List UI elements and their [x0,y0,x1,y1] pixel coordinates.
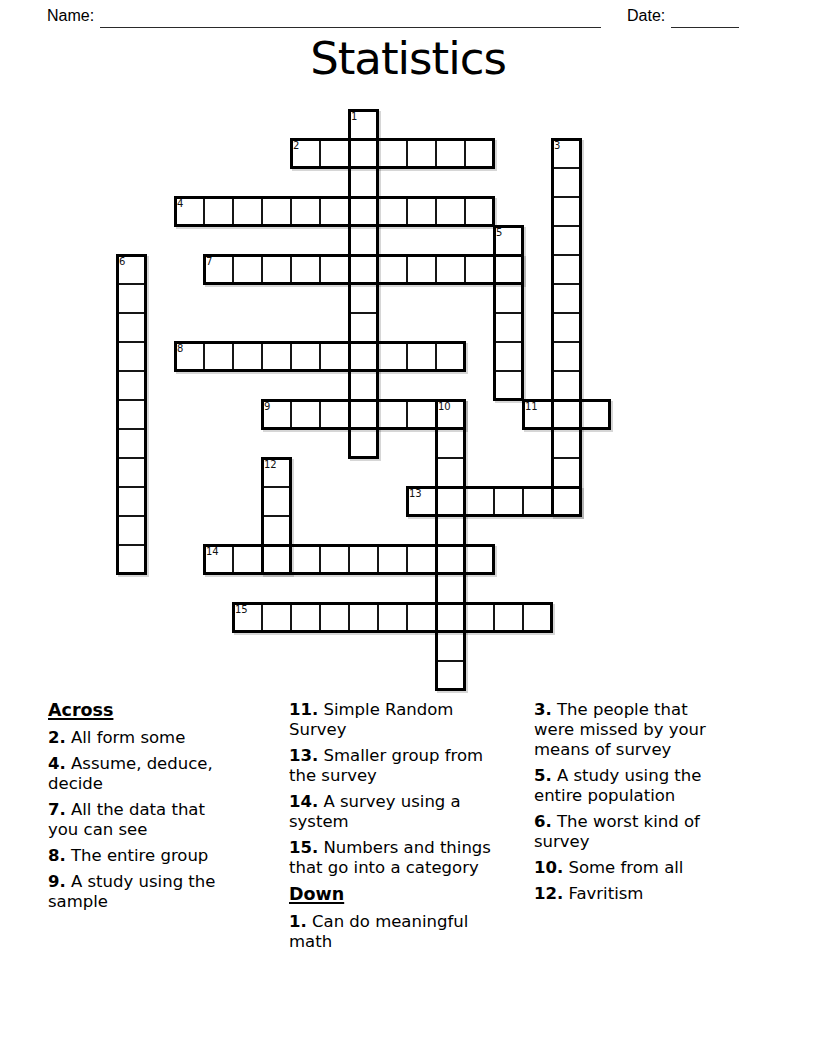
clue-13: 13. Smaller group from the survey [289,746,523,786]
grid-cell[interactable] [378,603,407,632]
grid-cell[interactable] [117,458,146,487]
grid-cell[interactable] [320,545,349,574]
grid-cell[interactable] [320,255,349,284]
grid-cell[interactable] [262,342,291,371]
clue-text: Assume, deduce, decide [48,754,213,793]
clue-11: 11. Simple Random Survey [289,700,523,740]
grid-cell[interactable] [320,197,349,226]
clue-5: 5. A study using the entire population [534,766,768,806]
grid-cell[interactable] [378,545,407,574]
clue-7: 7. All the data that you can see [48,800,282,840]
clue-2: 2. All form some [48,728,282,748]
grid-cell[interactable] [436,429,465,458]
clues-section: Across2. All form some4. Assume, deduce,… [0,700,816,1040]
clue-column: 11. Simple Random Survey13. Smaller grou… [289,700,523,958]
cell-number: 2 [293,141,299,151]
grid-cell[interactable] [436,139,465,168]
date-blank-line[interactable] [671,7,739,28]
grid-cell[interactable] [262,487,291,516]
grid-cell[interactable] [523,603,552,632]
clue-text: Favritism [563,884,643,903]
cell-number: 8 [177,344,183,354]
name-blank-line[interactable] [100,7,601,28]
cell-number: 3 [554,141,560,151]
grid-cell[interactable] [349,371,378,400]
grid-cell[interactable] [436,632,465,661]
grid-cell[interactable] [349,197,378,226]
grid-cell[interactable] [465,545,494,574]
clue-number-label: 8. [48,846,66,865]
grid-cell[interactable] [233,545,262,574]
cell-number: 4 [177,199,183,209]
grid-cell[interactable] [117,342,146,371]
clue-column: 3. The people that were missed by your m… [534,700,768,910]
grid-cell[interactable] [117,487,146,516]
grid-cell[interactable] [552,400,581,429]
grid-cell[interactable] [465,603,494,632]
grid-cell[interactable] [494,371,523,400]
grid-cell[interactable] [117,284,146,313]
grid-cell[interactable] [378,197,407,226]
grid-cell[interactable] [378,342,407,371]
grid-cell[interactable] [117,371,146,400]
clue-10: 10. Some from all [534,858,768,878]
grid-cell[interactable] [465,255,494,284]
grid-cell[interactable] [262,255,291,284]
grid-cell[interactable] [117,400,146,429]
grid-cell[interactable] [262,516,291,545]
clue-text: A study using the entire population [534,766,701,805]
clue-6: 6. The worst kind of survey [534,812,768,852]
clue-text: All the data that you can see [48,800,205,839]
clue-text: A study using the sample [48,872,215,911]
clue-text: The people that were missed by your mean… [534,700,706,759]
grid-cell[interactable] [233,342,262,371]
grid-cell[interactable] [436,255,465,284]
grid-cell[interactable] [436,342,465,371]
grid-cell[interactable] [349,255,378,284]
grid-cell[interactable] [552,168,581,197]
clue-column: Across2. All form some4. Assume, deduce,… [48,700,282,918]
clue-text: Smaller group from the survey [289,746,483,785]
clue-text: The entire group [66,846,209,865]
grid-cell[interactable] [349,168,378,197]
clue-text: The worst kind of survey [534,812,700,851]
grid-cell[interactable] [436,458,465,487]
clue-number-label: 1. [289,912,307,931]
grid-cell[interactable] [291,545,320,574]
grid-cell[interactable] [204,197,233,226]
grid-cell[interactable] [407,342,436,371]
across-heading: Across [48,700,282,721]
grid-cell[interactable] [465,487,494,516]
grid-cell[interactable] [552,429,581,458]
grid-cell[interactable] [349,603,378,632]
worksheet-page: Name: Date: Statistics 12345678910111213… [0,0,816,1056]
grid-cell[interactable] [204,342,233,371]
grid-cell[interactable] [436,545,465,574]
grid-cell[interactable] [552,226,581,255]
grid-cell[interactable] [262,197,291,226]
grid-cell[interactable] [320,139,349,168]
clue-number-label: 5. [534,766,552,785]
grid-cell[interactable] [494,487,523,516]
grid-cell[interactable] [465,197,494,226]
grid-cell[interactable] [117,313,146,342]
cell-number: 7 [206,257,212,267]
grid-cell[interactable] [378,255,407,284]
clue-8: 8. The entire group [48,846,282,866]
grid-cell[interactable] [552,487,581,516]
clue-number-label: 15. [289,838,318,857]
grid-cell[interactable] [465,139,494,168]
clue-number-label: 11. [289,700,318,719]
grid-cell[interactable] [436,574,465,603]
grid-cell[interactable] [494,284,523,313]
grid-cell[interactable] [349,400,378,429]
grid-cell[interactable] [407,400,436,429]
down-heading: Down [289,884,523,905]
grid-cell[interactable] [552,313,581,342]
cell-number: 12 [264,460,277,470]
cell-number: 9 [264,402,270,412]
grid-cell[interactable] [291,197,320,226]
grid-cell[interactable] [349,429,378,458]
clue-3: 3. The people that were missed by your m… [534,700,768,760]
grid-cell[interactable] [117,545,146,574]
clue-15: 15. Numbers and things that go into a ca… [289,838,523,878]
grid-cell[interactable] [320,603,349,632]
grid-cell[interactable] [349,226,378,255]
grid-cell[interactable] [523,487,552,516]
grid-cell[interactable] [552,342,581,371]
cell-number: 15 [235,605,248,615]
clue-number-label: 13. [289,746,318,765]
grid-cell[interactable] [552,458,581,487]
clue-text: All form some [66,728,186,747]
grid-cell[interactable] [494,255,523,284]
grid-cell[interactable] [494,603,523,632]
grid-cell[interactable] [320,342,349,371]
clue-number-label: 9. [48,872,66,891]
grid-cell[interactable] [436,661,465,690]
grid-cell[interactable] [581,400,610,429]
grid-cell[interactable] [436,197,465,226]
grid-cell[interactable] [233,255,262,284]
grid-cell[interactable] [291,400,320,429]
clue-number-label: 4. [48,754,66,773]
name-label: Name: [47,6,94,26]
grid-cell[interactable] [494,342,523,371]
clue-12: 12. Favritism [534,884,768,904]
grid-cell[interactable] [349,545,378,574]
clue-14: 14. A survey using a system [289,792,523,832]
grid-cell[interactable] [378,400,407,429]
clue-number-label: 6. [534,812,552,831]
clue-number-label: 3. [534,700,552,719]
grid-cell[interactable] [407,139,436,168]
clue-4: 4. Assume, deduce, decide [48,754,282,794]
cell-number: 11 [525,402,538,412]
grid-cell[interactable] [320,400,349,429]
cell-number: 10 [438,402,451,412]
grid-cell[interactable] [552,255,581,284]
grid-cell[interactable] [262,545,291,574]
clue-number-label: 2. [48,728,66,747]
grid-cell[interactable] [552,284,581,313]
cell-number: 13 [409,489,422,499]
grid-cell[interactable] [349,139,378,168]
grid-cell[interactable] [407,545,436,574]
grid-cell[interactable] [494,313,523,342]
grid-cell[interactable] [436,603,465,632]
grid-cell[interactable] [436,487,465,516]
cell-number: 6 [119,257,125,267]
grid-cell[interactable] [291,342,320,371]
cell-number: 5 [496,228,502,238]
grid-cell[interactable] [552,371,581,400]
clue-number-label: 14. [289,792,318,811]
grid-cell[interactable] [349,313,378,342]
grid-cell[interactable] [407,603,436,632]
clue-text: Can do meaningful math [289,912,468,951]
grid-cell[interactable] [349,284,378,313]
clue-9: 9. A study using the sample [48,872,282,912]
clue-number-label: 10. [534,858,563,877]
grid-cell[interactable] [291,603,320,632]
grid-cell[interactable] [262,603,291,632]
clue-number-label: 7. [48,800,66,819]
grid-cell[interactable] [407,255,436,284]
grid-cell[interactable] [407,197,436,226]
clue-text: Some from all [563,858,683,877]
cell-number: 1 [351,112,357,122]
grid-cell[interactable] [117,429,146,458]
page-title: Statistics [0,33,816,85]
crossword-grid: 123456789101112131415 [117,110,610,690]
grid-cell[interactable] [436,516,465,545]
grid-cell[interactable] [552,197,581,226]
clue-number-label: 12. [534,884,563,903]
cell-number: 14 [206,547,219,557]
grid-cell[interactable] [233,197,262,226]
grid-cell[interactable] [378,139,407,168]
grid-cell[interactable] [291,255,320,284]
grid-cell[interactable] [349,342,378,371]
grid-cell[interactable] [117,516,146,545]
clue-text: Numbers and things that go into a catego… [289,838,491,877]
clue-1: 1. Can do meaningful math [289,912,523,952]
date-label: Date: [627,6,665,26]
